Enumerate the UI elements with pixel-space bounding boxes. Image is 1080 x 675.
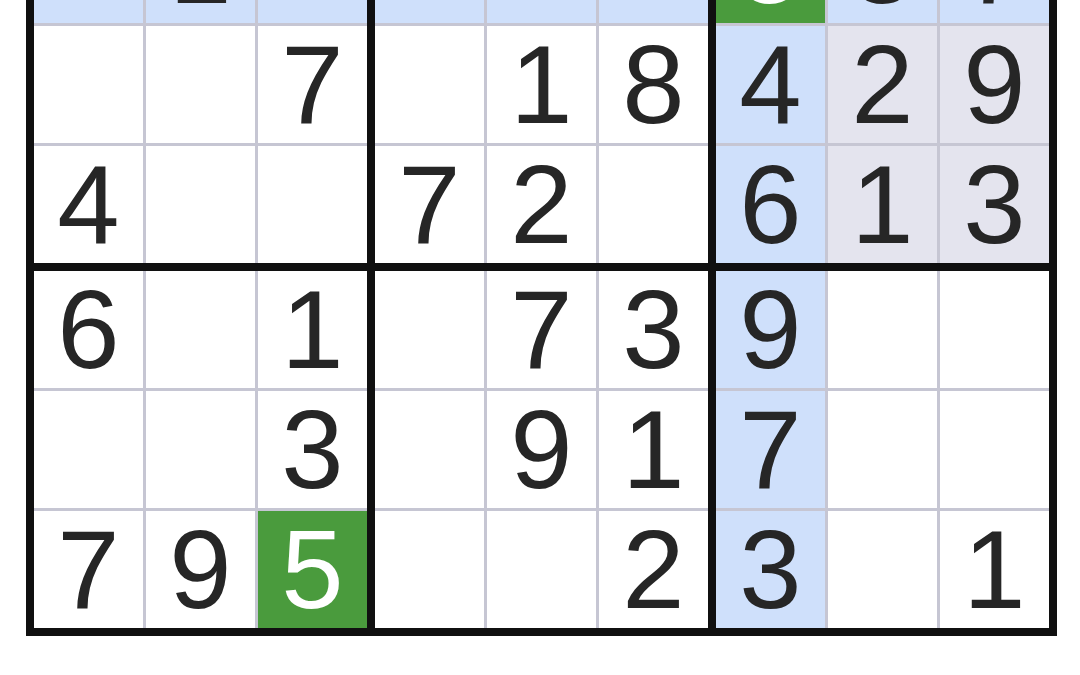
- cell-r9c3[interactable]: 5: [257, 510, 372, 633]
- cell-r6c1[interactable]: 4: [30, 145, 145, 268]
- cell-r7c4[interactable]: [371, 267, 486, 390]
- cell-r7c2[interactable]: [145, 267, 257, 390]
- cell-r6c6[interactable]: [598, 145, 713, 268]
- cell-r4c7[interactable]: 5: [712, 0, 827, 25]
- cell-r5c4[interactable]: [371, 25, 486, 145]
- cell-r9c2[interactable]: 9: [145, 510, 257, 633]
- cell-r4c4[interactable]: [371, 0, 486, 25]
- cell-r7c5[interactable]: 7: [486, 267, 598, 390]
- cell-r5c6[interactable]: 8: [598, 25, 713, 145]
- cell-r6c3[interactable]: [257, 145, 372, 268]
- cell-r7c8[interactable]: [827, 267, 939, 390]
- sudoku-screen: 1587718429472613617393917795231: [0, 0, 1080, 675]
- cell-r6c5[interactable]: 2: [486, 145, 598, 268]
- cell-r6c8[interactable]: 1: [827, 145, 939, 268]
- cell-r5c2[interactable]: [145, 25, 257, 145]
- cell-r8c8[interactable]: [827, 390, 939, 510]
- cell-r9c1[interactable]: 7: [30, 510, 145, 633]
- cell-r6c4[interactable]: 7: [371, 145, 486, 268]
- cell-r6c7[interactable]: 6: [712, 145, 827, 268]
- cell-r4c9[interactable]: 7: [939, 0, 1054, 25]
- cell-r7c9[interactable]: [939, 267, 1054, 390]
- cell-r9c5[interactable]: [486, 510, 598, 633]
- cell-r7c6[interactable]: 3: [598, 267, 713, 390]
- cell-r4c8[interactable]: 8: [827, 0, 939, 25]
- cell-r8c1[interactable]: [30, 390, 145, 510]
- cell-r5c7[interactable]: 4: [712, 25, 827, 145]
- cell-r9c8[interactable]: [827, 510, 939, 633]
- cell-r7c3[interactable]: 1: [257, 267, 372, 390]
- sudoku-board: 1587718429472613617393917795231: [26, 0, 1057, 636]
- cell-r8c9[interactable]: [939, 390, 1054, 510]
- cell-r4c1[interactable]: [30, 0, 145, 25]
- cell-r4c2[interactable]: 1: [145, 0, 257, 25]
- cell-r4c3[interactable]: [257, 0, 372, 25]
- cell-r9c7[interactable]: 3: [712, 510, 827, 633]
- cell-r5c1[interactable]: [30, 25, 145, 145]
- board-row-4: 1587: [30, 0, 1053, 25]
- cell-r6c9[interactable]: 3: [939, 145, 1054, 268]
- cell-r8c7[interactable]: 7: [712, 390, 827, 510]
- cell-r8c2[interactable]: [145, 390, 257, 510]
- cell-r5c9[interactable]: 9: [939, 25, 1054, 145]
- cell-r9c6[interactable]: 2: [598, 510, 713, 633]
- cell-r4c5[interactable]: [486, 0, 598, 25]
- cell-r8c3[interactable]: 3: [257, 390, 372, 510]
- cell-r7c1[interactable]: 6: [30, 267, 145, 390]
- cell-r5c3[interactable]: 7: [257, 25, 372, 145]
- cell-r5c8[interactable]: 2: [827, 25, 939, 145]
- board-row-6: 472613: [30, 145, 1053, 268]
- cell-r8c5[interactable]: 9: [486, 390, 598, 510]
- board-row-9: 795231: [30, 510, 1053, 633]
- cell-r8c4[interactable]: [371, 390, 486, 510]
- board-row-7: 61739: [30, 267, 1053, 390]
- sudoku-grid: 1587718429472613617393917795231: [30, 0, 1053, 632]
- cell-r8c6[interactable]: 1: [598, 390, 713, 510]
- board-row-8: 3917: [30, 390, 1053, 510]
- board-row-5: 718429: [30, 25, 1053, 145]
- cell-r4c6[interactable]: [598, 0, 713, 25]
- cell-r9c4[interactable]: [371, 510, 486, 633]
- cell-r9c9[interactable]: 1: [939, 510, 1054, 633]
- cell-r7c7[interactable]: 9: [712, 267, 827, 390]
- cell-r6c2[interactable]: [145, 145, 257, 268]
- cell-r5c5[interactable]: 1: [486, 25, 598, 145]
